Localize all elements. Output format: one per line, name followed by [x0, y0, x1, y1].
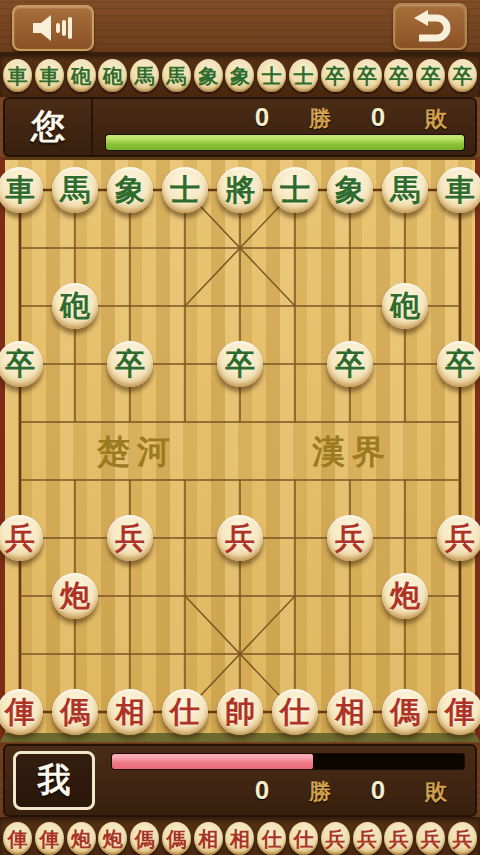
board-piece-相[interactable]: 相	[107, 689, 153, 735]
xiangqi-board[interactable]: 楚河 漢界 車馬象士將士象馬車砲砲卒卒卒卒卒兵兵兵兵兵炮炮俥傌相仕帥仕相傌俥	[0, 157, 480, 742]
top-bar	[0, 0, 480, 54]
opponent-wins: 0	[233, 102, 291, 133]
board-piece-士[interactable]: 士	[272, 167, 318, 213]
opponent-losses-label: 敗	[407, 104, 465, 134]
tray-piece: 炮	[98, 822, 127, 855]
tray-piece: 士	[289, 59, 318, 92]
player-losses: 0	[349, 775, 407, 806]
board-piece-馬[interactable]: 馬	[52, 167, 98, 213]
tray-piece: 士	[257, 59, 286, 92]
opponent-name: 您	[5, 99, 93, 155]
board-piece-車[interactable]: 車	[437, 167, 480, 213]
tray-piece: 俥	[35, 822, 64, 855]
sound-button[interactable]	[12, 5, 94, 51]
player-stats: 0 勝 0 敗	[111, 775, 465, 807]
opponent-losses: 0	[349, 102, 407, 133]
player-panel: 我 0 勝 0 敗	[3, 744, 477, 817]
opponent-tray: 車車砲砲馬馬象象士士卒卒卒卒卒	[0, 54, 480, 97]
board-piece-兵[interactable]: 兵	[107, 515, 153, 561]
tray-piece: 俥	[3, 822, 32, 855]
player-name: 我	[13, 751, 95, 810]
board-piece-相[interactable]: 相	[327, 689, 373, 735]
tray-piece: 卒	[321, 59, 350, 92]
board-piece-傌[interactable]: 傌	[382, 689, 428, 735]
tray-piece: 馬	[130, 59, 159, 92]
return-arrow-icon	[407, 9, 453, 45]
tray-piece: 兵	[416, 822, 445, 855]
tray-piece: 馬	[162, 59, 191, 92]
speaker-volume-icon	[29, 12, 77, 44]
back-button[interactable]	[393, 3, 467, 50]
board-piece-卒[interactable]: 卒	[107, 341, 153, 387]
opponent-stats: 0 勝 0 敗	[105, 102, 465, 134]
tray-piece: 仕	[289, 822, 318, 855]
river-label-right: 漢界	[311, 434, 392, 470]
tray-piece: 卒	[416, 59, 445, 92]
tray-piece: 兵	[384, 822, 413, 855]
tray-piece: 象	[225, 59, 254, 92]
river-label-left: 楚河	[96, 434, 177, 470]
player-bar-fill	[112, 754, 313, 769]
tray-piece: 車	[35, 59, 64, 92]
opponent-bar-track	[105, 134, 465, 151]
tray-piece: 兵	[321, 822, 350, 855]
board-piece-兵[interactable]: 兵	[217, 515, 263, 561]
board-piece-卒[interactable]: 卒	[217, 341, 263, 387]
board-piece-砲[interactable]: 砲	[52, 283, 98, 329]
tray-piece: 相	[194, 822, 223, 855]
tray-piece: 砲	[98, 59, 127, 92]
tray-piece: 兵	[448, 822, 477, 855]
tray-piece: 卒	[384, 59, 413, 92]
board-piece-炮[interactable]: 炮	[52, 573, 98, 619]
player-losses-label: 敗	[407, 777, 465, 807]
board-piece-仕[interactable]: 仕	[272, 689, 318, 735]
player-wins: 0	[233, 775, 291, 806]
opponent-panel: 您 0 勝 0 敗	[3, 97, 477, 157]
board-piece-兵[interactable]: 兵	[437, 515, 480, 561]
board-pieces[interactable]: 楚河 漢界 車馬象士將士象馬車砲砲卒卒卒卒卒兵兵兵兵兵炮炮俥傌相仕帥仕相傌俥	[5, 160, 475, 733]
tray-piece: 傌	[162, 822, 191, 855]
player-tray: 俥俥炮炮傌傌相相仕仕兵兵兵兵兵	[0, 817, 480, 855]
tray-piece: 象	[194, 59, 223, 92]
opponent-bar-fill	[106, 135, 464, 150]
board-piece-兵[interactable]: 兵	[327, 515, 373, 561]
tray-piece: 傌	[130, 822, 159, 855]
tray-piece: 兵	[353, 822, 382, 855]
player-wins-label: 勝	[291, 777, 349, 807]
tray-piece: 炮	[67, 822, 96, 855]
opponent-wins-label: 勝	[291, 104, 349, 134]
tray-piece: 相	[225, 822, 254, 855]
board-piece-馬[interactable]: 馬	[382, 167, 428, 213]
tray-piece: 車	[3, 59, 32, 92]
board-grid: 楚河 漢界	[5, 160, 475, 733]
tray-piece: 卒	[448, 59, 477, 92]
tray-piece: 砲	[67, 59, 96, 92]
board-piece-俥[interactable]: 俥	[437, 689, 480, 735]
tray-piece: 仕	[257, 822, 286, 855]
board-piece-卒[interactable]: 卒	[327, 341, 373, 387]
board-piece-帥[interactable]: 帥	[217, 689, 263, 735]
tray-piece: 卒	[353, 59, 382, 92]
board-piece-砲[interactable]: 砲	[382, 283, 428, 329]
board-piece-象[interactable]: 象	[327, 167, 373, 213]
board-piece-仕[interactable]: 仕	[162, 689, 208, 735]
board-piece-炮[interactable]: 炮	[382, 573, 428, 619]
board-piece-士[interactable]: 士	[162, 167, 208, 213]
board-piece-象[interactable]: 象	[107, 167, 153, 213]
board-piece-傌[interactable]: 傌	[52, 689, 98, 735]
board-piece-將[interactable]: 將	[217, 167, 263, 213]
board-piece-卒[interactable]: 卒	[437, 341, 480, 387]
player-bar-track	[111, 753, 465, 770]
